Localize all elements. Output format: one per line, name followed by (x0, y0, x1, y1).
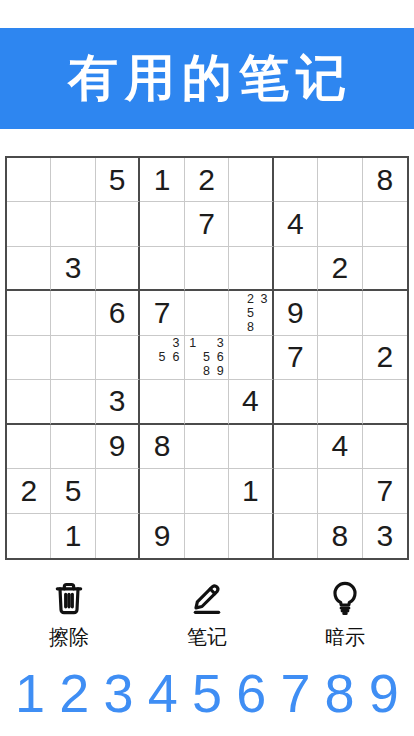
cell-r4c5[interactable] (185, 291, 229, 335)
cell-r2c3[interactable] (96, 202, 140, 246)
cell-r5c3[interactable] (96, 336, 140, 380)
note-digit: 5 (244, 306, 257, 320)
cell-r3c8[interactable]: 2 (318, 247, 362, 291)
cell-r2c5[interactable]: 7 (185, 202, 229, 246)
cell-r4c6[interactable]: 2358 (229, 291, 273, 335)
cell-r9c3[interactable] (96, 514, 140, 558)
cell-r1c8[interactable] (318, 158, 362, 202)
cell-r9c9[interactable]: 3 (363, 514, 407, 558)
numpad-6[interactable]: 6 (236, 661, 266, 726)
numpad-5[interactable]: 5 (192, 661, 222, 726)
note-digit: 6 (169, 351, 183, 365)
hint-label: 暗示 (325, 624, 365, 651)
note-digit (169, 364, 183, 378)
note-digit: 3 (169, 337, 183, 351)
cell-r7c2[interactable] (51, 425, 95, 469)
cell-r6c8[interactable] (318, 380, 362, 424)
note-digit (230, 320, 243, 334)
cell-r4c9[interactable] (363, 291, 407, 335)
note-digit (186, 364, 200, 378)
cell-r9c8[interactable]: 8 (318, 514, 362, 558)
note-digit: 1 (186, 337, 200, 351)
cell-r7c8[interactable]: 4 (318, 425, 362, 469)
bulb-icon (325, 578, 365, 621)
cell-r4c7[interactable]: 9 (274, 291, 318, 335)
cell-r4c1[interactable] (7, 291, 51, 335)
note-digit (230, 306, 243, 320)
sudoku-board: 512874326723589356135689723498425171983 (5, 156, 409, 560)
cell-r5c6[interactable] (229, 336, 273, 380)
note-digit: 3 (213, 337, 227, 351)
note-digit: 6 (213, 351, 227, 365)
cell-r7c1[interactable] (7, 425, 51, 469)
cell-r2c2[interactable] (51, 202, 95, 246)
pencil-notes: 2358 (229, 291, 271, 334)
cell-r3c2[interactable]: 3 (51, 247, 95, 291)
cell-r5c7[interactable]: 7 (274, 336, 318, 380)
cell-r7c5[interactable] (185, 425, 229, 469)
erase-button[interactable]: 擦除 (49, 578, 89, 651)
cell-r9c4[interactable]: 9 (140, 514, 184, 558)
cell-r4c2[interactable] (51, 291, 95, 335)
note-digit (155, 337, 169, 351)
note-digit (141, 351, 155, 365)
cell-r8c8[interactable] (318, 469, 362, 513)
note-digit (200, 337, 214, 351)
cell-r8c4[interactable] (140, 469, 184, 513)
note-digit (186, 351, 200, 365)
cell-r6c1[interactable] (7, 380, 51, 424)
cell-r3c1[interactable] (7, 247, 51, 291)
cell-r9c1[interactable] (7, 514, 51, 558)
cell-r9c7[interactable] (274, 514, 318, 558)
notes-label: 笔记 (187, 624, 227, 651)
cell-r2c7[interactable]: 4 (274, 202, 318, 246)
cell-r6c7[interactable] (274, 380, 318, 424)
cell-r7c7[interactable] (274, 425, 318, 469)
cell-r4c8[interactable] (318, 291, 362, 335)
cell-r9c2[interactable]: 1 (51, 514, 95, 558)
cell-r1c6[interactable] (229, 158, 273, 202)
cell-r1c9[interactable]: 8 (363, 158, 407, 202)
cell-r7c4[interactable]: 8 (140, 425, 184, 469)
pencil-icon (187, 578, 227, 621)
cell-r5c4[interactable]: 356 (140, 336, 184, 380)
note-digit: 2 (244, 292, 257, 306)
cell-r2c8[interactable] (318, 202, 362, 246)
cell-r2c1[interactable] (7, 202, 51, 246)
toolbar: 擦除 笔记 暗示 (0, 578, 414, 651)
numpad-2[interactable]: 2 (59, 661, 89, 726)
cell-r4c4[interactable]: 7 (140, 291, 184, 335)
note-digit: 8 (200, 364, 214, 378)
numpad-8[interactable]: 8 (325, 661, 355, 726)
cell-r8c9[interactable]: 7 (363, 469, 407, 513)
numpad-9[interactable]: 9 (369, 661, 399, 726)
cell-r1c7[interactable] (274, 158, 318, 202)
cell-r7c9[interactable] (363, 425, 407, 469)
note-digit (155, 364, 169, 378)
note-digit (141, 337, 155, 351)
cell-r7c3[interactable]: 9 (96, 425, 140, 469)
cell-r6c3[interactable]: 3 (96, 380, 140, 424)
header-banner: 有用的笔记 (0, 28, 414, 129)
cell-r8c3[interactable] (96, 469, 140, 513)
cell-r3c5[interactable] (185, 247, 229, 291)
cell-r5c1[interactable] (7, 336, 51, 380)
page-title: 有用的笔记 (61, 45, 353, 112)
notes-button[interactable]: 笔记 (187, 578, 227, 651)
cell-r4c3[interactable]: 6 (96, 291, 140, 335)
cell-r6c6[interactable]: 4 (229, 380, 273, 424)
cell-r1c5[interactable]: 2 (185, 158, 229, 202)
note-digit: 5 (155, 351, 169, 365)
numpad-3[interactable]: 3 (104, 661, 134, 726)
numpad-1[interactable]: 1 (15, 661, 45, 726)
note-digit (230, 292, 243, 306)
pencil-notes: 356 (140, 336, 183, 379)
note-digit (257, 306, 270, 320)
cell-r8c2[interactable]: 5 (51, 469, 95, 513)
note-digit (257, 320, 270, 334)
cell-r6c2[interactable] (51, 380, 95, 424)
cell-r5c8[interactable] (318, 336, 362, 380)
note-digit: 5 (200, 351, 214, 365)
erase-label: 擦除 (49, 624, 89, 651)
cell-r9c6[interactable] (229, 514, 273, 558)
cell-r8c1[interactable]: 2 (7, 469, 51, 513)
cell-r8c5[interactable] (185, 469, 229, 513)
note-digit: 3 (257, 292, 270, 306)
cell-r6c4[interactable] (140, 380, 184, 424)
cell-r8c6[interactable]: 1 (229, 469, 273, 513)
cell-r3c3[interactable] (96, 247, 140, 291)
pencil-notes: 135689 (185, 336, 228, 379)
cell-r1c4[interactable]: 1 (140, 158, 184, 202)
trash-icon (49, 578, 89, 621)
number-pad: 123456789 (0, 661, 414, 726)
numpad-7[interactable]: 7 (280, 661, 310, 726)
cell-r6c9[interactable] (363, 380, 407, 424)
cell-r1c2[interactable] (51, 158, 95, 202)
numpad-4[interactable]: 4 (148, 661, 178, 726)
cell-r2c6[interactable] (229, 202, 273, 246)
cell-r7c6[interactable] (229, 425, 273, 469)
status-bar (0, 0, 414, 28)
cell-r5c5[interactable]: 135689 (185, 336, 229, 380)
cell-r6c5[interactable] (185, 380, 229, 424)
cell-r1c3[interactable]: 5 (96, 158, 140, 202)
note-digit: 9 (213, 364, 227, 378)
cell-r5c2[interactable] (51, 336, 95, 380)
note-digit (141, 364, 155, 378)
hint-button[interactable]: 暗示 (325, 578, 365, 651)
cell-r8c7[interactable] (274, 469, 318, 513)
cell-r2c9[interactable] (363, 202, 407, 246)
cell-r3c6[interactable] (229, 247, 273, 291)
cell-r9c5[interactable] (185, 514, 229, 558)
cell-r2c4[interactable] (140, 202, 184, 246)
cell-r5c9[interactable]: 2 (363, 336, 407, 380)
note-digit: 8 (244, 320, 257, 334)
cell-r3c4[interactable] (140, 247, 184, 291)
cell-r1c1[interactable] (7, 158, 51, 202)
cell-r3c7[interactable] (274, 247, 318, 291)
cell-r3c9[interactable] (363, 247, 407, 291)
